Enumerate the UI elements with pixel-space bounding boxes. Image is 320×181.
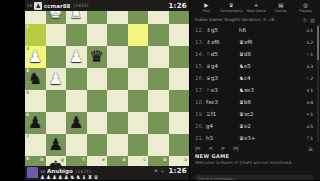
scrollbar-thumb[interactable] xyxy=(317,26,319,60)
move-number: 16. xyxy=(195,75,206,81)
square-d7[interactable] xyxy=(107,134,128,156)
square-e3[interactable]: ♛ xyxy=(87,46,108,68)
captured-piece-icon: ♟ xyxy=(58,175,63,180)
bottom-player-bar: 48 Anubigo (1471) ⚑ + 1:26 ♟♟♟♟♟♞♞♝♜♛ xyxy=(25,166,189,180)
flag-icon[interactable]: ⚑ xyxy=(154,168,158,174)
black-move[interactable]: ♛b6 xyxy=(239,99,272,105)
square-d5[interactable] xyxy=(107,90,128,112)
black-move[interactable]: ♛e2 xyxy=(239,123,272,129)
square-d4[interactable] xyxy=(107,68,128,90)
black-move[interactable]: ♛d8 xyxy=(239,51,272,57)
square-a7[interactable] xyxy=(169,134,190,156)
black-move[interactable]: ♛xf6 xyxy=(239,39,272,45)
square-a2[interactable] xyxy=(169,24,190,46)
black-move[interactable]: h6 xyxy=(239,27,272,33)
square-c5[interactable] xyxy=(128,90,149,112)
captured-piece-icon: ♝ xyxy=(82,175,87,180)
tournaments-icon: ♛ xyxy=(229,3,234,9)
toolbar-item-new-game[interactable]: +New Game xyxy=(244,1,269,15)
square-a3[interactable] xyxy=(169,46,190,68)
toolbar-label: Tournaments xyxy=(220,9,243,13)
square-b5[interactable] xyxy=(148,90,169,112)
black-move[interactable]: ♛e3+ xyxy=(239,135,272,141)
captured-piece-icon: ♞ xyxy=(70,175,75,180)
toolbar-label: New Game xyxy=(246,9,265,13)
black-pawn-h6[interactable]: ♟ xyxy=(25,112,46,134)
white-move[interactable]: ♕g3 xyxy=(206,75,239,81)
move-number: 20. xyxy=(195,123,206,129)
top-player-clock: 1:26 xyxy=(168,2,187,10)
playback-controls: |< < > >| ≡ xyxy=(195,143,313,153)
right-panel: ▶Play♛Tournaments+New Game▤Games◎Players… xyxy=(190,0,320,180)
black-pawn-g7[interactable]: ♟ xyxy=(46,134,67,156)
square-g5[interactable] xyxy=(46,90,67,112)
square-h3[interactable]: 3♟ xyxy=(25,46,46,68)
square-h2[interactable]: 2 xyxy=(25,24,46,46)
white-move[interactable]: ♕g4 xyxy=(206,63,239,69)
move-number: 18. xyxy=(195,99,206,105)
chat-input[interactable] xyxy=(195,175,313,181)
file-label-b: b xyxy=(163,157,166,162)
rank-label-8: 8 xyxy=(26,156,29,161)
players-icon: ◎ xyxy=(303,3,308,9)
square-b3[interactable] xyxy=(148,46,169,68)
move-number: 21. xyxy=(195,135,206,141)
file-label-d: d xyxy=(122,157,125,162)
play-icon: ▶ xyxy=(204,3,208,9)
board-view-icon[interactable]: ▥ xyxy=(310,17,315,23)
black-move[interactable]: ♛xc2 xyxy=(239,111,272,117)
move-row: 13.♗xf6♛xf6♙2 xyxy=(195,36,313,48)
file-label-h: h xyxy=(40,157,43,162)
capture-indicator: ♘2 xyxy=(306,76,313,81)
previous-move-button[interactable]: < xyxy=(208,145,212,151)
black-move[interactable]: ♞xe3 xyxy=(239,87,272,93)
square-a5[interactable] xyxy=(169,90,190,112)
capture-indicator: ♙2 xyxy=(306,40,313,45)
capture-indicator: ♙4 xyxy=(306,100,313,105)
top-player-badge: 29 xyxy=(27,3,32,8)
square-c3[interactable] xyxy=(128,46,149,68)
captured-piece-icon: ♟ xyxy=(52,175,57,180)
toolbar-item-play[interactable]: ▶Play xyxy=(194,1,219,15)
capture-indicator: ♕1 xyxy=(306,112,313,117)
chat-message: Welcome to Room 2! Chats are not monitor… xyxy=(195,160,313,165)
plus-icon[interactable]: + xyxy=(160,168,164,174)
move-row: 16.♕g3♞c4♘2 xyxy=(195,72,313,84)
toolbar-label: Games xyxy=(275,9,287,13)
black-queen-e3[interactable]: ♛ xyxy=(87,46,108,68)
flip-board-icon[interactable]: ↻ xyxy=(303,17,307,23)
games-icon: ▤ xyxy=(278,3,283,9)
captured-piece-icon: ♟ xyxy=(64,175,69,180)
chat-area: NEW GAME Welcome to Room 2! Chats are no… xyxy=(195,153,313,180)
square-g3[interactable] xyxy=(46,46,67,68)
white-move[interactable]: g4 xyxy=(206,123,239,129)
menu-icon[interactable]: ≡ xyxy=(308,145,313,152)
square-c6[interactable] xyxy=(128,112,149,134)
move-number: 13. xyxy=(195,39,206,45)
capture-indicator: ♘1 xyxy=(306,52,313,57)
square-f4[interactable] xyxy=(66,68,87,90)
square-g7[interactable]: ♟ xyxy=(46,134,67,156)
move-number: 12. xyxy=(195,27,206,33)
white-move[interactable]: ♘e3 xyxy=(206,87,239,93)
chess-board-area: 1♚♜23♟♟♛4♞♟56♟♟7♟8hg♚fedcba xyxy=(25,0,189,180)
square-b7[interactable] xyxy=(148,134,169,156)
toolbar-item-games[interactable]: ▤Games xyxy=(268,1,293,15)
toolbar: ▶Play♛Tournaments+New Game▤Games◎Players xyxy=(194,1,318,15)
white-move[interactable]: fxe3 xyxy=(206,99,239,105)
chess-board[interactable]: 1♚♜23♟♟♛4♞♟56♟♟7♟8hg♚fedcba xyxy=(25,2,189,178)
move-row: 17.♘e3♞xe3♗1 xyxy=(195,84,313,96)
black-move[interactable]: ♞e5 xyxy=(239,63,272,69)
white-move[interactable]: ♘d5 xyxy=(206,51,239,57)
move-number: 14. xyxy=(195,51,206,57)
move-row: 20.g4♛e2♙5 xyxy=(195,120,313,132)
rank-label-7: 7 xyxy=(26,134,29,139)
file-label-c: c xyxy=(143,157,146,162)
file-label-f: f xyxy=(83,157,85,162)
move-number: 19. xyxy=(195,111,206,117)
move-row: 12.♗g5h6♙1 xyxy=(195,24,313,36)
square-b4[interactable] xyxy=(148,68,169,90)
move-row: 15.♕g4♞e5♙3 xyxy=(195,60,313,72)
top-player-name[interactable]: ccmar88 xyxy=(44,3,70,9)
square-c2[interactable] xyxy=(128,24,149,46)
last-move-button[interactable]: >| xyxy=(233,145,238,151)
white-move[interactable]: ♗g5 xyxy=(206,27,239,33)
square-h6[interactable]: 6♟ xyxy=(25,112,46,134)
capture-indicator: ♙3 xyxy=(306,64,313,69)
toolbar-label: Play xyxy=(203,9,210,13)
black-move[interactable]: ♞c4 xyxy=(239,75,272,81)
first-move-button[interactable]: |< xyxy=(195,145,200,151)
white-move[interactable]: h3 xyxy=(206,135,239,141)
square-b6[interactable] xyxy=(148,112,169,134)
square-e7[interactable] xyxy=(87,134,108,156)
square-f6[interactable]: ♟ xyxy=(66,112,87,134)
captured-piece-icon: ♞ xyxy=(76,175,81,180)
move-row: 18.fxe3♛b6♙4 xyxy=(195,96,313,108)
move-number: 17. xyxy=(195,87,206,93)
square-d3[interactable] xyxy=(107,46,128,68)
capture-indicator: ♖1 xyxy=(306,136,313,141)
bottom-player-badge: 48 xyxy=(40,169,45,174)
square-f7[interactable] xyxy=(66,134,87,156)
square-f2[interactable] xyxy=(66,24,87,46)
opening-name: Indian Game: Knights Variation, 3...c6 xyxy=(195,17,300,22)
black-knight-h4[interactable]: ♞ xyxy=(25,68,46,90)
capture-indicator: ♙1 xyxy=(306,28,313,33)
white-pawn-g4[interactable]: ♟ xyxy=(46,68,67,90)
square-h4[interactable]: 4♞ xyxy=(25,68,46,90)
square-b2[interactable] xyxy=(148,24,169,46)
top-player-bar: 29 ♟ ccmar88 (1453) 1:26 xyxy=(25,0,189,11)
captured-piece-icon: ♜ xyxy=(88,175,93,180)
captured-piece-icon: ♛ xyxy=(93,175,98,180)
white-move[interactable]: ♗xf6 xyxy=(206,39,239,45)
rank-label-5: 5 xyxy=(26,90,29,95)
captured-piece-icon: ♟ xyxy=(40,175,45,180)
square-c4[interactable] xyxy=(128,68,149,90)
bottom-player-rating: (1471) xyxy=(76,169,91,174)
top-player-rating: (1453) xyxy=(73,3,88,8)
opening-row: Indian Game: Knights Variation, 3...c6 ↻… xyxy=(195,16,315,23)
square-g6[interactable] xyxy=(46,112,67,134)
square-a6[interactable] xyxy=(169,112,190,134)
new-game-icon: + xyxy=(254,3,259,9)
white-pawn-h3[interactable]: ♟ xyxy=(25,46,46,68)
toolbar-label: Players xyxy=(299,9,312,13)
white-pawn-icon: ♟ xyxy=(34,2,42,10)
square-a4[interactable] xyxy=(169,68,190,90)
move-number: 15. xyxy=(195,63,206,69)
file-label-a: a xyxy=(184,157,187,162)
next-move-button[interactable]: > xyxy=(221,145,225,151)
move-row: 19.♖f1♛xc2♕1 xyxy=(195,108,313,120)
captured-piece-icon: ♟ xyxy=(46,175,51,180)
chess-app-window: 1♚♜23♟♟♛4♞♟56♟♟7♟8hg♚fedcba 29 ♟ ccmar88… xyxy=(0,0,320,180)
square-f5[interactable] xyxy=(66,90,87,112)
square-d6[interactable] xyxy=(107,112,128,134)
square-h7[interactable]: 7 xyxy=(25,134,46,156)
rank-label-2: 2 xyxy=(26,24,29,29)
square-e5[interactable] xyxy=(87,90,108,112)
move-list-scrollbar[interactable] xyxy=(317,24,319,142)
square-c7[interactable] xyxy=(128,134,149,156)
toolbar-item-tournaments[interactable]: ♛Tournaments xyxy=(219,1,244,15)
white-move[interactable]: ♖f1 xyxy=(206,111,239,117)
capture-indicator: ♗1 xyxy=(306,88,313,93)
square-e4[interactable] xyxy=(87,68,108,90)
move-row: 14.♘d5♛d8♘1 xyxy=(195,48,313,60)
square-g2[interactable] xyxy=(46,24,67,46)
black-pawn-f6[interactable]: ♟ xyxy=(66,112,87,134)
captured-pieces-tray: ♟♟♟♟♟♞♞♝♜♛ xyxy=(40,175,187,180)
capture-indicator: ♙5 xyxy=(306,124,313,129)
toolbar-item-players[interactable]: ◎Players xyxy=(293,1,318,15)
bottom-player-clock: 1:26 xyxy=(168,167,187,175)
square-e6[interactable] xyxy=(87,112,108,134)
square-e2[interactable] xyxy=(87,24,108,46)
white-pawn-f3[interactable]: ♟ xyxy=(66,46,87,68)
file-label-e: e xyxy=(102,157,105,162)
square-d2[interactable] xyxy=(107,24,128,46)
move-list: 12.♗g5h6♙113.♗xf6♛xf6♙214.♘d5♛d8♘115.♕g4… xyxy=(195,24,313,144)
bottom-player-avatar[interactable] xyxy=(27,167,38,178)
square-g4[interactable]: ♟ xyxy=(46,68,67,90)
square-h5[interactable]: 5 xyxy=(25,90,46,112)
chat-new-game-label: NEW GAME xyxy=(195,153,313,159)
square-f3[interactable]: ♟ xyxy=(66,46,87,68)
